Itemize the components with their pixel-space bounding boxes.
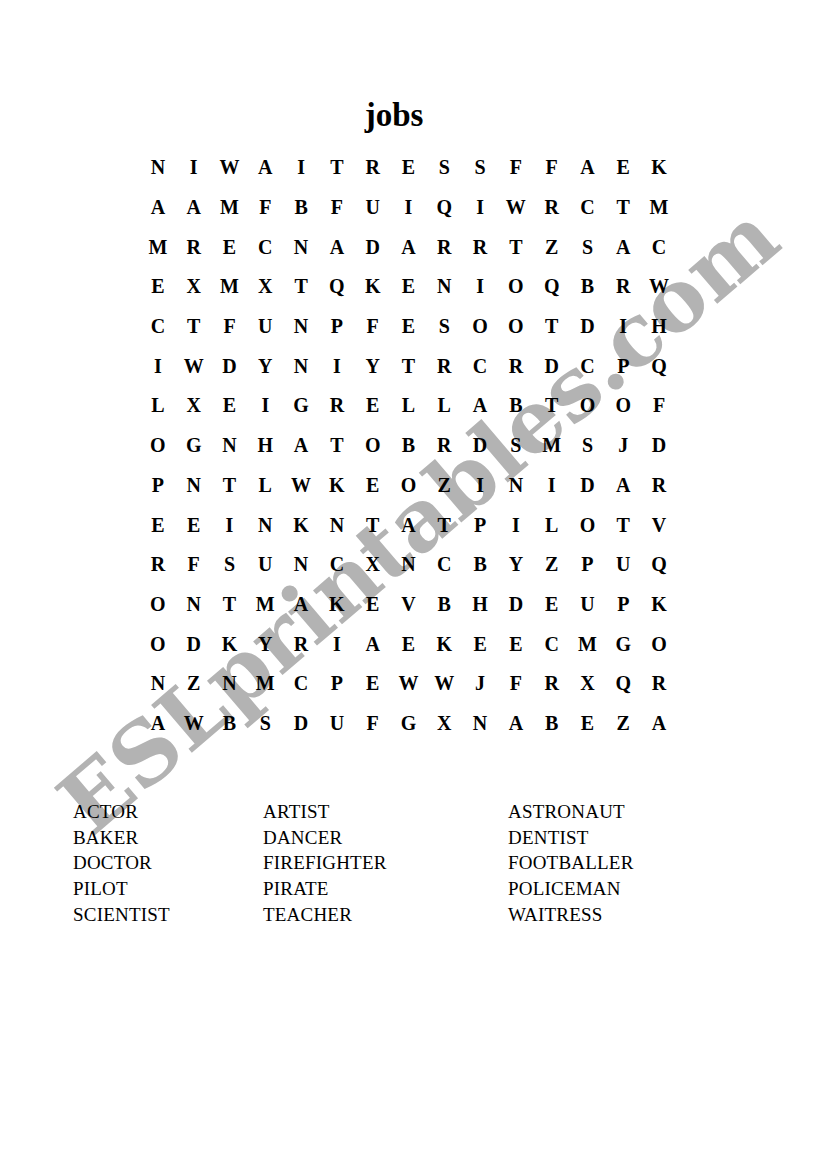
grid-cell: I: [462, 267, 498, 307]
grid-cell: S: [498, 426, 534, 466]
word-list-item: TEACHER: [263, 902, 387, 928]
grid-cell: Z: [534, 227, 570, 267]
grid-cell: E: [355, 585, 391, 625]
grid-cell: A: [462, 386, 498, 426]
grid-cell: I: [391, 188, 427, 228]
grid-cell: J: [462, 664, 498, 704]
grid-cell: W: [391, 664, 427, 704]
grid-cell: X: [176, 386, 212, 426]
grid-cell: P: [605, 585, 641, 625]
grid-cell: A: [140, 704, 176, 744]
grid-cell: E: [355, 466, 391, 506]
grid-cell: N: [462, 704, 498, 744]
grid-cell: W: [426, 664, 462, 704]
grid-cell: F: [498, 148, 534, 188]
grid-cell: Z: [534, 545, 570, 585]
grid-cell: A: [570, 148, 606, 188]
grid-cell: L: [140, 386, 176, 426]
grid-cell: M: [140, 227, 176, 267]
grid-cell: J: [605, 426, 641, 466]
grid-cell: O: [355, 426, 391, 466]
grid-cell: U: [247, 545, 283, 585]
grid-cell: I: [176, 148, 212, 188]
grid-cell: N: [391, 545, 427, 585]
grid-cell: K: [319, 585, 355, 625]
grid-cell: X: [176, 267, 212, 307]
grid-cell: E: [462, 624, 498, 664]
grid-cell: A: [391, 505, 427, 545]
grid-cell: Q: [426, 188, 462, 228]
grid-cell: C: [462, 346, 498, 386]
grid-cell: B: [498, 386, 534, 426]
grid-cell: T: [426, 505, 462, 545]
grid-cell: T: [212, 585, 248, 625]
grid-cell: E: [212, 227, 248, 267]
grid-cell: R: [426, 227, 462, 267]
grid-cell: R: [462, 227, 498, 267]
grid-cell: S: [212, 545, 248, 585]
grid-cell: M: [570, 624, 606, 664]
grid-cell: I: [140, 346, 176, 386]
grid-cell: G: [605, 624, 641, 664]
grid-cell: W: [176, 346, 212, 386]
grid-cell: D: [570, 307, 606, 347]
grid-cell: S: [426, 148, 462, 188]
grid-cell: C: [283, 664, 319, 704]
grid-cell: N: [176, 585, 212, 625]
word-list-item: SCIENTIST: [73, 902, 170, 928]
grid-cell: G: [283, 386, 319, 426]
grid-cell: W: [176, 704, 212, 744]
grid-cell: R: [426, 346, 462, 386]
grid-cell: R: [534, 664, 570, 704]
grid-cell: O: [498, 307, 534, 347]
grid-cell: M: [212, 267, 248, 307]
grid-cell: T: [355, 505, 391, 545]
grid-cell: A: [605, 466, 641, 506]
grid-cell: N: [283, 346, 319, 386]
grid-cell: W: [641, 267, 677, 307]
word-list-item: FOOTBALLER: [508, 850, 634, 876]
grid-cell: C: [641, 227, 677, 267]
grid-cell: O: [140, 624, 176, 664]
grid-cell: L: [391, 386, 427, 426]
grid-cell: E: [391, 148, 427, 188]
grid-cell: R: [319, 386, 355, 426]
grid-cell: X: [355, 545, 391, 585]
grid-cell: N: [426, 267, 462, 307]
grid-cell: S: [570, 426, 606, 466]
grid-cell: A: [140, 188, 176, 228]
grid-cell: B: [283, 188, 319, 228]
worksheet-page: ESLprintables.com jobs NIWAITRESSFFAEKAA…: [0, 0, 821, 1169]
grid-cell: R: [641, 664, 677, 704]
grid-cell: T: [534, 386, 570, 426]
grid-cell: P: [570, 545, 606, 585]
grid-cell: I: [605, 307, 641, 347]
grid-cell: N: [212, 426, 248, 466]
grid-cell: D: [176, 624, 212, 664]
grid-cell: W: [283, 466, 319, 506]
grid-cell: O: [605, 386, 641, 426]
grid-cell: P: [462, 505, 498, 545]
grid-cell: D: [283, 704, 319, 744]
grid-cell: Q: [319, 267, 355, 307]
word-list-item: DENTIST: [508, 825, 634, 851]
grid-cell: A: [355, 624, 391, 664]
grid-cell: N: [140, 664, 176, 704]
grid-cell: E: [140, 267, 176, 307]
grid-cell: A: [283, 426, 319, 466]
grid-cell: A: [605, 227, 641, 267]
grid-cell: M: [247, 585, 283, 625]
grid-cell: H: [462, 585, 498, 625]
grid-cell: Z: [605, 704, 641, 744]
grid-cell: T: [176, 307, 212, 347]
word-list-item: WAITRESS: [508, 902, 634, 928]
grid-cell: L: [247, 466, 283, 506]
grid-cell: Y: [355, 346, 391, 386]
grid-cell: V: [391, 585, 427, 625]
grid-cell: Q: [641, 346, 677, 386]
grid-cell: F: [355, 307, 391, 347]
grid-cell: M: [212, 188, 248, 228]
word-list-item: BAKER: [73, 825, 170, 851]
grid-cell: F: [355, 704, 391, 744]
grid-cell: C: [319, 545, 355, 585]
grid-cell: P: [605, 346, 641, 386]
grid-cell: E: [534, 585, 570, 625]
grid-cell: D: [570, 466, 606, 506]
grid-cell: W: [498, 188, 534, 228]
grid-cell: L: [534, 505, 570, 545]
word-list-item: DOCTOR: [73, 850, 170, 876]
word-list-column: ASTRONAUTDENTISTFOOTBALLERPOLICEMANWAITR…: [508, 799, 634, 928]
grid-cell: Q: [534, 267, 570, 307]
grid-cell: Y: [247, 624, 283, 664]
grid-cell: R: [283, 624, 319, 664]
grid-cell: N: [283, 307, 319, 347]
grid-cell: N: [140, 148, 176, 188]
grid-cell: F: [176, 545, 212, 585]
word-list-item: ACTOR: [73, 799, 170, 825]
grid-cell: R: [641, 466, 677, 506]
grid-cell: P: [319, 664, 355, 704]
grid-cell: O: [140, 426, 176, 466]
grid-cell: I: [498, 505, 534, 545]
grid-cell: D: [641, 426, 677, 466]
grid-cell: S: [462, 148, 498, 188]
word-list-item: FIREFIGHTER: [263, 850, 387, 876]
grid-cell: I: [319, 346, 355, 386]
grid-cell: T: [319, 426, 355, 466]
grid-cell: O: [641, 624, 677, 664]
grid-cell: L: [426, 386, 462, 426]
word-list-item: ARTIST: [263, 799, 387, 825]
grid-cell: C: [570, 346, 606, 386]
grid-cell: B: [212, 704, 248, 744]
grid-cell: T: [283, 267, 319, 307]
grid-cell: I: [462, 466, 498, 506]
grid-cell: E: [391, 267, 427, 307]
grid-cell: R: [176, 227, 212, 267]
grid-cell: I: [319, 624, 355, 664]
grid-cell: H: [641, 307, 677, 347]
grid-cell: U: [355, 188, 391, 228]
word-search-grid: NIWAITRESSFFAEKAAMFBFUIQIWRCTMMRECNADARR…: [140, 148, 677, 743]
grid-cell: D: [355, 227, 391, 267]
word-list-item: PILOT: [73, 876, 170, 902]
grid-cell: N: [176, 466, 212, 506]
grid-cell: K: [641, 585, 677, 625]
grid-cell: Z: [426, 466, 462, 506]
grid-cell: O: [140, 585, 176, 625]
grid-cell: U: [319, 704, 355, 744]
grid-cell: O: [570, 505, 606, 545]
grid-cell: F: [319, 188, 355, 228]
grid-cell: I: [462, 188, 498, 228]
grid-cell: C: [570, 188, 606, 228]
grid-cell: T: [605, 505, 641, 545]
grid-cell: R: [534, 188, 570, 228]
grid-cell: A: [176, 188, 212, 228]
grid-cell: R: [140, 545, 176, 585]
grid-cell: C: [426, 545, 462, 585]
grid-cell: F: [641, 386, 677, 426]
grid-cell: D: [462, 426, 498, 466]
grid-cell: T: [212, 466, 248, 506]
puzzle-title: jobs: [0, 97, 788, 133]
grid-cell: Z: [176, 664, 212, 704]
grid-cell: O: [498, 267, 534, 307]
grid-cell: N: [283, 227, 319, 267]
grid-cell: T: [605, 188, 641, 228]
grid-cell: E: [176, 505, 212, 545]
grid-cell: Q: [641, 545, 677, 585]
grid-cell: B: [534, 704, 570, 744]
grid-cell: S: [426, 307, 462, 347]
grid-cell: N: [319, 505, 355, 545]
grid-cell: N: [247, 505, 283, 545]
grid-cell: T: [391, 346, 427, 386]
grid-cell: N: [212, 664, 248, 704]
word-list-item: POLICEMAN: [508, 876, 634, 902]
grid-cell: E: [391, 307, 427, 347]
grid-cell: E: [391, 624, 427, 664]
grid-cell: K: [641, 148, 677, 188]
word-list-item: PIRATE: [263, 876, 387, 902]
grid-cell: A: [319, 227, 355, 267]
grid-cell: E: [570, 704, 606, 744]
grid-cell: F: [247, 188, 283, 228]
grid-cell: D: [212, 346, 248, 386]
grid-cell: R: [426, 426, 462, 466]
grid-cell: I: [534, 466, 570, 506]
grid-cell: O: [570, 386, 606, 426]
grid-cell: E: [212, 386, 248, 426]
grid-cell: O: [462, 307, 498, 347]
grid-cell: F: [212, 307, 248, 347]
grid-cell: T: [498, 227, 534, 267]
grid-cell: Y: [498, 545, 534, 585]
grid-cell: E: [140, 505, 176, 545]
grid-cell: I: [212, 505, 248, 545]
grid-cell: T: [319, 148, 355, 188]
grid-cell: B: [426, 585, 462, 625]
grid-cell: E: [355, 386, 391, 426]
grid-cell: P: [319, 307, 355, 347]
grid-cell: E: [498, 624, 534, 664]
grid-cell: G: [391, 704, 427, 744]
grid-cell: D: [534, 346, 570, 386]
grid-cell: E: [355, 664, 391, 704]
grid-cell: U: [247, 307, 283, 347]
grid-cell: R: [355, 148, 391, 188]
grid-cell: V: [641, 505, 677, 545]
grid-cell: K: [319, 466, 355, 506]
grid-cell: K: [355, 267, 391, 307]
word-list-item: ASTRONAUT: [508, 799, 634, 825]
grid-cell: C: [534, 624, 570, 664]
grid-cell: F: [534, 148, 570, 188]
word-list-column: ACTORBAKERDOCTORPILOTSCIENTIST: [73, 799, 170, 928]
grid-cell: M: [534, 426, 570, 466]
grid-cell: R: [498, 346, 534, 386]
grid-cell: F: [498, 664, 534, 704]
grid-cell: U: [605, 545, 641, 585]
grid-cell: X: [247, 267, 283, 307]
grid-cell: D: [498, 585, 534, 625]
grid-cell: K: [212, 624, 248, 664]
grid-cell: O: [391, 466, 427, 506]
grid-cell: Y: [247, 346, 283, 386]
grid-cell: R: [605, 267, 641, 307]
grid-cell: A: [247, 148, 283, 188]
grid-cell: A: [283, 585, 319, 625]
word-list-column: ARTISTDANCERFIREFIGHTERPIRATETEACHER: [263, 799, 387, 928]
grid-cell: I: [247, 386, 283, 426]
grid-cell: G: [176, 426, 212, 466]
grid-cell: X: [426, 704, 462, 744]
grid-cell: E: [605, 148, 641, 188]
grid-cell: A: [498, 704, 534, 744]
grid-cell: H: [247, 426, 283, 466]
grid-cell: A: [641, 704, 677, 744]
grid-cell: N: [283, 545, 319, 585]
grid-cell: P: [140, 466, 176, 506]
word-list-item: DANCER: [263, 825, 387, 851]
grid-cell: M: [641, 188, 677, 228]
grid-cell: K: [283, 505, 319, 545]
grid-cell: N: [498, 466, 534, 506]
grid-cell: U: [570, 585, 606, 625]
grid-cell: M: [247, 664, 283, 704]
grid-cell: I: [283, 148, 319, 188]
grid-cell: C: [140, 307, 176, 347]
grid-cell: S: [570, 227, 606, 267]
grid-cell: C: [247, 227, 283, 267]
grid-cell: S: [247, 704, 283, 744]
grid-cell: B: [391, 426, 427, 466]
grid-cell: W: [212, 148, 248, 188]
grid-cell: Q: [605, 664, 641, 704]
grid-cell: B: [570, 267, 606, 307]
grid-cell: T: [534, 307, 570, 347]
grid-cell: A: [391, 227, 427, 267]
grid-cell: X: [570, 664, 606, 704]
grid-cell: B: [462, 545, 498, 585]
grid-cell: K: [426, 624, 462, 664]
